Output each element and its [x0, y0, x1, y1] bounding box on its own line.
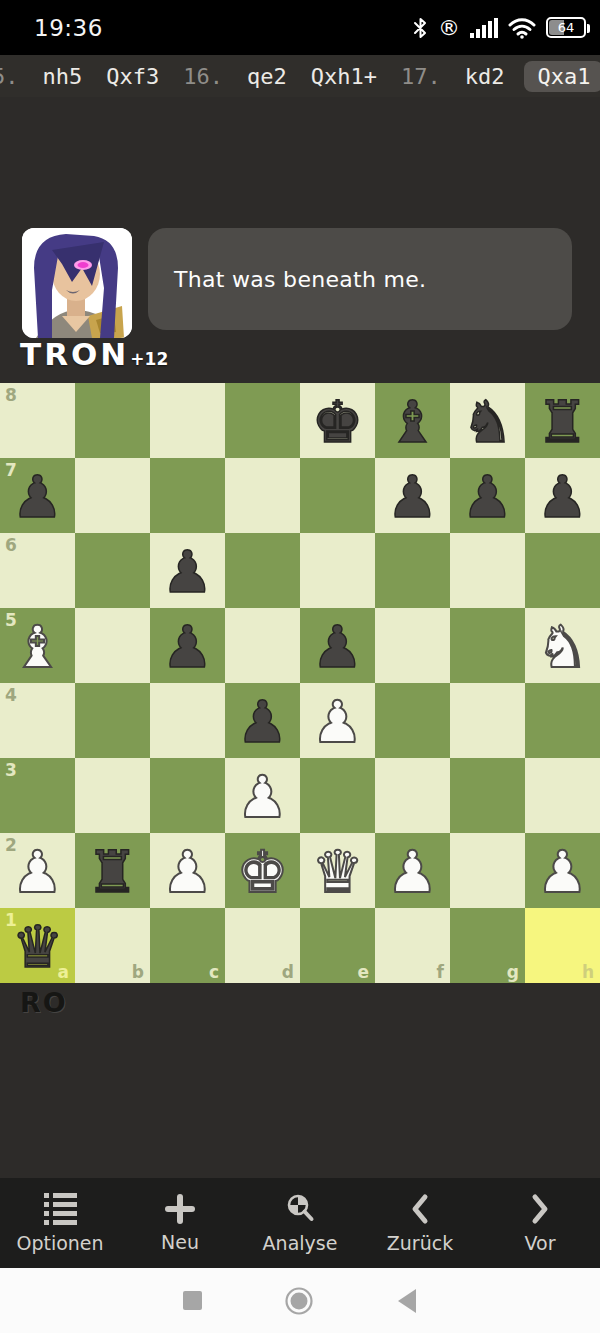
- square-f6[interactable]: [375, 533, 450, 608]
- square-e2[interactable]: ♛: [300, 833, 375, 908]
- chevron-right-icon: [530, 1193, 550, 1225]
- black-pawn[interactable]: ♟: [0, 458, 75, 533]
- white-queen[interactable]: ♛: [300, 833, 375, 908]
- black-pawn[interactable]: ♟: [450, 458, 525, 533]
- square-d1[interactable]: d: [225, 908, 300, 983]
- status-bar: 19:36 ® 64: [0, 0, 600, 55]
- square-c1[interactable]: c: [150, 908, 225, 983]
- white-king[interactable]: ♚: [225, 833, 300, 908]
- move-item[interactable]: kd2: [465, 64, 505, 89]
- square-f3[interactable]: [375, 758, 450, 833]
- square-d3[interactable]: ♟: [225, 758, 300, 833]
- player-area: RO: [0, 983, 600, 1178]
- square-a3[interactable]: 3: [0, 758, 75, 833]
- recents-icon[interactable]: [183, 1291, 202, 1310]
- file-label: h: [582, 962, 594, 982]
- forward-move-button[interactable]: Vor: [480, 1178, 600, 1268]
- rank-label: 3: [5, 760, 17, 780]
- list-icon: [44, 1193, 77, 1225]
- signal-icon: [470, 18, 498, 38]
- file-label: d: [282, 962, 294, 982]
- square-h4[interactable]: [525, 683, 600, 758]
- square-c8[interactable]: [150, 383, 225, 458]
- move-item[interactable]: nh5: [43, 64, 83, 89]
- square-f4[interactable]: [375, 683, 450, 758]
- square-b3[interactable]: [75, 758, 150, 833]
- square-h8[interactable]: ♜: [525, 383, 600, 458]
- player-name: RO: [20, 987, 68, 1018]
- opponent-rating-delta: +12: [130, 349, 168, 369]
- black-rook[interactable]: ♜: [75, 833, 150, 908]
- square-f5[interactable]: [375, 608, 450, 683]
- black-king[interactable]: ♚: [300, 383, 375, 458]
- square-b8[interactable]: [75, 383, 150, 458]
- file-label: g: [507, 962, 519, 982]
- registered-icon: ®: [438, 17, 460, 39]
- square-f8[interactable]: ♝: [375, 383, 450, 458]
- square-a7[interactable]: 7♟: [0, 458, 75, 533]
- move-item[interactable]: Qxf3: [106, 64, 159, 89]
- black-pawn[interactable]: ♟: [375, 458, 450, 533]
- square-a1[interactable]: 1a♛: [0, 908, 75, 983]
- square-g3[interactable]: [450, 758, 525, 833]
- square-e7[interactable]: [300, 458, 375, 533]
- square-a5[interactable]: 5♝: [0, 608, 75, 683]
- square-e5[interactable]: ♟: [300, 608, 375, 683]
- plus-icon: [164, 1194, 196, 1224]
- toolbar: Optionen Neu Analyse Zurück: [0, 1178, 600, 1268]
- square-h1[interactable]: h: [525, 908, 600, 983]
- square-e1[interactable]: e: [300, 908, 375, 983]
- android-nav-bar: [0, 1268, 600, 1333]
- move-number: 17.: [401, 64, 441, 89]
- file-label: e: [357, 962, 369, 982]
- rank-label: 4: [5, 685, 17, 705]
- back-icon[interactable]: [396, 1288, 418, 1314]
- black-knight[interactable]: ♞: [450, 383, 525, 458]
- black-pawn[interactable]: ♟: [525, 458, 600, 533]
- white-pawn[interactable]: ♟: [375, 833, 450, 908]
- black-pawn[interactable]: ♟: [300, 608, 375, 683]
- square-c6[interactable]: ♟: [150, 533, 225, 608]
- options-button[interactable]: Optionen: [0, 1178, 120, 1268]
- black-pawn[interactable]: ♟: [150, 533, 225, 608]
- square-d4[interactable]: ♟: [225, 683, 300, 758]
- move-number: 5.: [0, 64, 19, 89]
- black-bishop[interactable]: ♝: [375, 383, 450, 458]
- square-b2[interactable]: ♜: [75, 833, 150, 908]
- square-c2[interactable]: ♟: [150, 833, 225, 908]
- clock: 19:36: [34, 15, 103, 41]
- move-number: 16.: [183, 64, 223, 89]
- square-c5[interactable]: ♟: [150, 608, 225, 683]
- square-h5[interactable]: ♞: [525, 608, 600, 683]
- square-a8[interactable]: 8: [0, 383, 75, 458]
- square-g1[interactable]: g: [450, 908, 525, 983]
- square-f1[interactable]: f: [375, 908, 450, 983]
- white-pawn[interactable]: ♟: [150, 833, 225, 908]
- app-screen: 19:36 ® 64: [0, 0, 600, 1333]
- black-pawn[interactable]: ♟: [150, 608, 225, 683]
- square-a4[interactable]: 4: [0, 683, 75, 758]
- status-icons: ® 64: [413, 16, 586, 40]
- square-h3[interactable]: [525, 758, 600, 833]
- move-item[interactable]: Qxh1+: [311, 64, 377, 89]
- square-e3[interactable]: [300, 758, 375, 833]
- square-a6[interactable]: 6: [0, 533, 75, 608]
- square-g8[interactable]: ♞: [450, 383, 525, 458]
- square-e4[interactable]: ♟: [300, 683, 375, 758]
- back-move-button[interactable]: Zurück: [360, 1178, 480, 1268]
- square-g7[interactable]: ♟: [450, 458, 525, 533]
- battery-icon: 64: [546, 17, 586, 38]
- battery-percent: 64: [558, 21, 575, 34]
- chevron-left-icon: [410, 1193, 430, 1225]
- square-f7[interactable]: ♟: [375, 458, 450, 533]
- square-g5[interactable]: [450, 608, 525, 683]
- opponent-name: TRON+12: [20, 336, 168, 372]
- rank-label: 6: [5, 535, 17, 555]
- square-d8[interactable]: [225, 383, 300, 458]
- square-b4[interactable]: [75, 683, 150, 758]
- square-d5[interactable]: [225, 608, 300, 683]
- opponent-area: TRON+12 That was beneath me.: [0, 97, 600, 383]
- square-c3[interactable]: [150, 758, 225, 833]
- rank-label: 8: [5, 385, 17, 405]
- square-d7[interactable]: [225, 458, 300, 533]
- white-bishop[interactable]: ♝: [0, 608, 75, 683]
- analysis-magnifier-icon: [283, 1193, 317, 1225]
- white-pawn[interactable]: ♟: [525, 833, 600, 908]
- home-icon[interactable]: [284, 1286, 314, 1316]
- square-h7[interactable]: ♟: [525, 458, 600, 533]
- chess-board[interactable]: 8♚♝♞♜7♟♟♟♟6♟5♝♟♟♞4♟♟3♟2♟♜♟♚♛♟♟1a♛bcdefgh: [0, 383, 600, 983]
- white-knight[interactable]: ♞: [525, 608, 600, 683]
- square-f2[interactable]: ♟: [375, 833, 450, 908]
- move-list[interactable]: 5.nh5Qxf316.qe2Qxh1+17.kd2Qxa1: [0, 55, 600, 97]
- new-game-button[interactable]: Neu: [120, 1178, 240, 1268]
- square-g2[interactable]: [450, 833, 525, 908]
- wifi-icon: [508, 17, 536, 39]
- square-e8[interactable]: ♚: [300, 383, 375, 458]
- square-g4[interactable]: [450, 683, 525, 758]
- bluetooth-icon: [413, 16, 428, 40]
- white-pawn[interactable]: ♟: [300, 683, 375, 758]
- square-h2[interactable]: ♟: [525, 833, 600, 908]
- square-a2[interactable]: 2♟: [0, 833, 75, 908]
- black-queen[interactable]: ♛: [0, 908, 75, 983]
- square-h6[interactable]: [525, 533, 600, 608]
- chat-bubble: That was beneath me.: [148, 228, 572, 330]
- opponent-avatar: [22, 228, 132, 338]
- chat-message: That was beneath me.: [174, 267, 426, 292]
- square-b7[interactable]: [75, 458, 150, 533]
- square-e6[interactable]: [300, 533, 375, 608]
- move-item[interactable]: Qxa1: [524, 61, 600, 92]
- square-b1[interactable]: b: [75, 908, 150, 983]
- square-d6[interactable]: [225, 533, 300, 608]
- square-d2[interactable]: ♚: [225, 833, 300, 908]
- file-label: c: [209, 962, 219, 982]
- move-item[interactable]: qe2: [247, 64, 287, 89]
- file-label: f: [437, 962, 444, 982]
- square-c4[interactable]: [150, 683, 225, 758]
- white-pawn[interactable]: ♟: [0, 833, 75, 908]
- black-pawn[interactable]: ♟: [225, 683, 300, 758]
- white-pawn[interactable]: ♟: [225, 758, 300, 833]
- file-label: b: [132, 962, 144, 982]
- square-g6[interactable]: [450, 533, 525, 608]
- square-b6[interactable]: [75, 533, 150, 608]
- analysis-button[interactable]: Analyse: [240, 1178, 360, 1268]
- black-rook[interactable]: ♜: [525, 383, 600, 458]
- square-b5[interactable]: [75, 608, 150, 683]
- square-c7[interactable]: [150, 458, 225, 533]
